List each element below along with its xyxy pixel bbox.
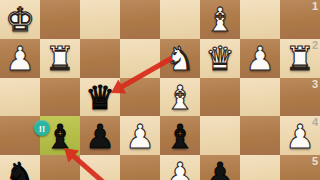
square-e3[interactable] (120, 78, 160, 117)
square-a5[interactable]: 5 (280, 155, 320, 180)
white-pawn-a4[interactable]: ♟ (285, 118, 315, 156)
black-pawn-c5[interactable]: ♟ (205, 156, 235, 180)
square-a1[interactable]: 1 (280, 0, 320, 39)
black-knight-h5[interactable]: ♞ (5, 156, 35, 180)
white-pawn-d5[interactable]: ♟ (165, 156, 195, 180)
square-h4[interactable] (0, 116, 40, 155)
white-bishop-c1[interactable]: ♝ (205, 1, 235, 39)
rank-label-1: 1 (312, 0, 318, 13)
rank-label-5: 5 (312, 155, 318, 168)
square-h5[interactable]: ♞ (0, 155, 40, 180)
square-f2[interactable] (80, 39, 120, 78)
black-bishop-g4[interactable]: ♝ (45, 118, 75, 156)
chess-app-screenshot: ♚♝1♟♜♞♛♟♜2♛♝3♝♟♟♝♟4♞♟♟5 !! (0, 0, 320, 180)
square-e2[interactable] (120, 39, 160, 78)
square-b5[interactable] (240, 155, 280, 180)
square-a2[interactable]: ♜2 (280, 39, 320, 78)
square-e1[interactable] (120, 0, 160, 39)
black-bishop-d4[interactable]: ♝ (165, 118, 195, 156)
white-queen-c2[interactable]: ♛ (205, 40, 235, 78)
square-g3[interactable] (40, 78, 80, 117)
square-a4[interactable]: ♟4 (280, 116, 320, 155)
black-pawn-f4[interactable]: ♟ (85, 118, 115, 156)
square-h1[interactable]: ♚ (0, 0, 40, 39)
square-d3[interactable]: ♝ (160, 78, 200, 117)
black-queen-f3[interactable]: ♛ (85, 79, 115, 117)
square-a3[interactable]: 3 (280, 78, 320, 117)
square-c1[interactable]: ♝ (200, 0, 240, 39)
square-f1[interactable] (80, 0, 120, 39)
square-d5[interactable]: ♟ (160, 155, 200, 180)
rank-label-4: 4 (312, 116, 318, 129)
square-g1[interactable] (40, 0, 80, 39)
white-knight-d2[interactable]: ♞ (165, 40, 195, 78)
square-h2[interactable]: ♟ (0, 39, 40, 78)
square-g5[interactable] (40, 155, 80, 180)
white-king-h1[interactable]: ♚ (5, 1, 35, 39)
square-b2[interactable]: ♟ (240, 39, 280, 78)
white-pawn-b2[interactable]: ♟ (245, 40, 275, 78)
square-c2[interactable]: ♛ (200, 39, 240, 78)
square-c5[interactable]: ♟ (200, 155, 240, 180)
white-rook-g2[interactable]: ♜ (45, 40, 75, 78)
square-b1[interactable] (240, 0, 280, 39)
brilliant-move-badge: !! (34, 120, 50, 136)
square-e4[interactable]: ♟ (120, 116, 160, 155)
white-pawn-e4[interactable]: ♟ (125, 118, 155, 156)
square-h3[interactable] (0, 78, 40, 117)
chess-board: ♚♝1♟♜♞♛♟♜2♛♝3♝♟♟♝♟4♞♟♟5 (0, 0, 320, 180)
square-b4[interactable] (240, 116, 280, 155)
square-d4[interactable]: ♝ (160, 116, 200, 155)
rank-label-3: 3 (312, 78, 318, 91)
white-bishop-d3[interactable]: ♝ (165, 79, 195, 117)
rank-label-2: 2 (312, 39, 318, 52)
square-f3[interactable]: ♛ (80, 78, 120, 117)
square-e5[interactable] (120, 155, 160, 180)
square-c3[interactable] (200, 78, 240, 117)
square-b3[interactable] (240, 78, 280, 117)
white-rook-a2[interactable]: ♜ (285, 40, 315, 78)
square-d2[interactable]: ♞ (160, 39, 200, 78)
square-f4[interactable]: ♟ (80, 116, 120, 155)
square-d1[interactable] (160, 0, 200, 39)
square-c4[interactable] (200, 116, 240, 155)
square-g2[interactable]: ♜ (40, 39, 80, 78)
square-f5[interactable] (80, 155, 120, 180)
white-pawn-h2[interactable]: ♟ (5, 40, 35, 78)
